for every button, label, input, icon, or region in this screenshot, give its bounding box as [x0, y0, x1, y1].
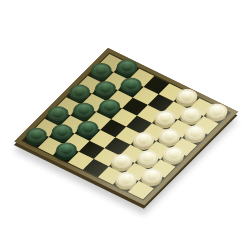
checkers-board	[14, 48, 238, 205]
board-grid	[23, 54, 229, 199]
product-photo	[0, 0, 248, 248]
